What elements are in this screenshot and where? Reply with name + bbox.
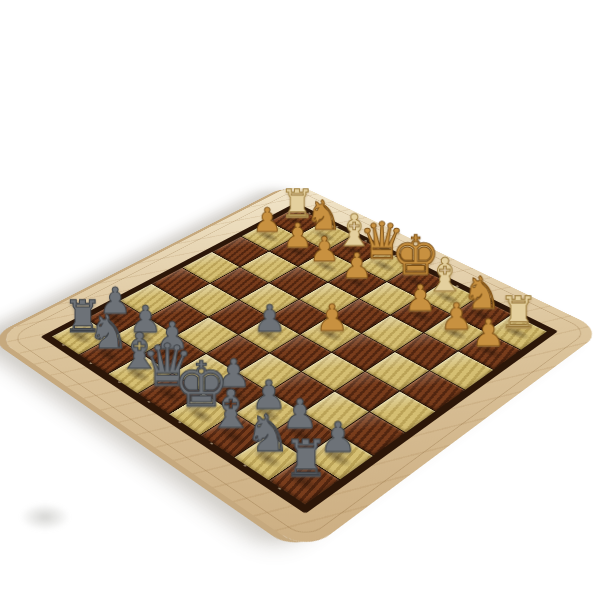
square-a4[interactable] [183,252,240,283]
board-grid: ♜♞♝♛♚♝♞♜♟♟♟♟♟♟♟♟♟♟♟♟♟♟♟♟♜♞♝♛♚♝♞♜ [52,208,547,505]
black-rook-h8[interactable]: ♜ [259,435,351,483]
white-pawn-h2[interactable]: ♟ [447,315,528,351]
wooden-frame: ♜♞♝♛♚♝♞♜♟♟♟♟♟♟♟♟♟♟♟♟♟♟♟♟♜♞♝♛♚♝♞♜ [0,183,600,552]
square-h8[interactable]: ♜ [270,457,340,504]
square-e5[interactable] [270,334,332,371]
product-photo-stage: ♜♞♝♛♚♝♞♜♟♟♟♟♟♟♟♟♟♟♟♟♟♟♟♟♜♞♝♛♚♝♞♜ [0,0,600,600]
white-pawn-d2[interactable]: ♟ [319,249,395,282]
square-d2[interactable]: ♟ [329,266,386,298]
square-h3[interactable] [431,351,494,389]
photo-smudge [20,503,70,531]
square-b4[interactable] [211,267,268,299]
board-trim: ♜♞♝♛♚♝♞♜♟♟♟♟♟♟♟♟♟♟♟♟♟♟♟♟♜♞♝♛♚♝♞♜ [41,203,559,514]
scene: ♜♞♝♛♚♝♞♜♟♟♟♟♟♟♟♟♟♟♟♟♟♟♟♟♜♞♝♛♚♝♞♜ [0,0,600,600]
chess-board: ♜♞♝♛♚♝♞♜♟♟♟♟♟♟♟♟♟♟♟♟♟♟♟♟♜♞♝♛♚♝♞♜ [0,183,600,552]
black-pawn-d5[interactable]: ♟ [230,301,310,336]
